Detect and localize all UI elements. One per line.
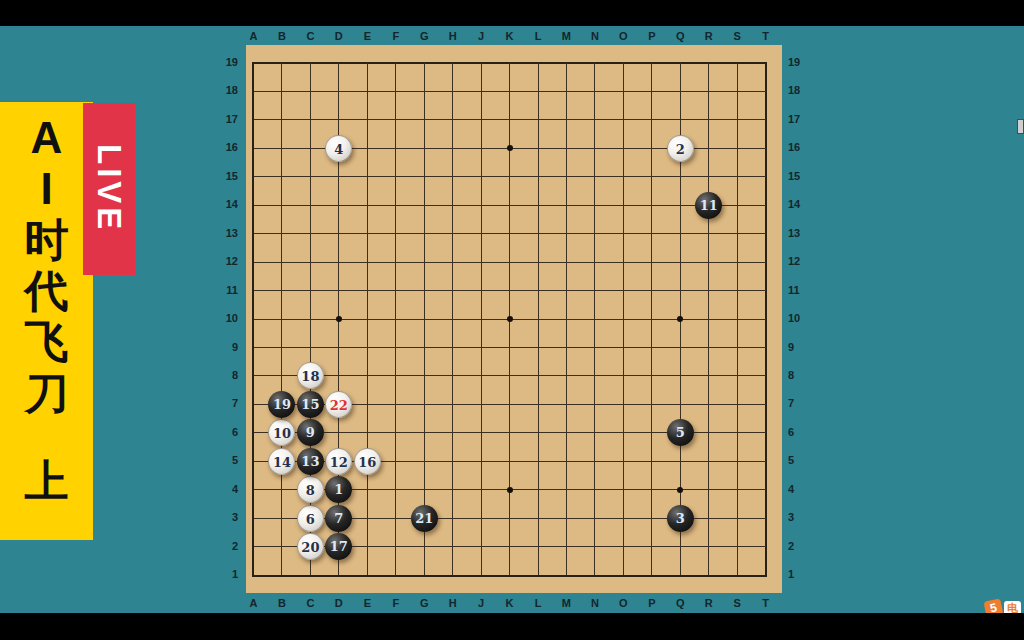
row-label-left-7: 7 (212, 397, 238, 409)
star-point-D10 (336, 316, 342, 322)
row-label-left-8: 8 (212, 369, 238, 381)
banner-char-3: 时 (25, 214, 69, 265)
banner-char-7: 上 (25, 455, 69, 506)
col-label-bottom-P: P (642, 597, 662, 609)
col-label-top-K: K (500, 30, 520, 42)
banner-char-1: A (31, 112, 63, 163)
row-label-left-3: 3 (212, 511, 238, 523)
grid-line-vertical (737, 63, 738, 575)
stone-white-6-C3: 6 (297, 505, 324, 532)
banner-char-2: I (40, 163, 52, 214)
col-label-bottom-N: N (585, 597, 605, 609)
col-label-top-O: O (613, 30, 633, 42)
col-label-top-J: J (471, 30, 491, 42)
col-label-top-E: E (357, 30, 377, 42)
row-label-right-13: 13 (788, 227, 814, 239)
row-label-left-16: 16 (212, 141, 238, 153)
stone-white-12-D5: 12 (325, 448, 352, 475)
title-banner: AI时代飞刀上 (0, 102, 93, 540)
col-label-bottom-O: O (613, 597, 633, 609)
row-label-right-1: 1 (788, 568, 814, 580)
col-label-top-G: G (414, 30, 434, 42)
row-label-right-5: 5 (788, 454, 814, 466)
grid-line-vertical (594, 63, 595, 575)
star-point-K10 (507, 316, 513, 322)
grid-line-vertical (566, 63, 567, 575)
row-label-right-19: 19 (788, 56, 814, 68)
col-label-top-M: M (556, 30, 576, 42)
col-label-top-P: P (642, 30, 662, 42)
row-label-left-12: 12 (212, 255, 238, 267)
stone-black-5-Q6: 5 (667, 419, 694, 446)
live-badge: LIVE (83, 103, 135, 275)
col-label-bottom-B: B (272, 597, 292, 609)
col-label-top-H: H (443, 30, 463, 42)
stone-black-7-D3: 7 (325, 505, 352, 532)
row-label-left-11: 11 (212, 284, 238, 296)
row-label-right-2: 2 (788, 540, 814, 552)
letterbox-top (0, 0, 1024, 26)
stone-black-15-C7: 15 (297, 391, 324, 418)
stone-white-16-E5: 16 (354, 448, 381, 475)
col-label-bottom-M: M (556, 597, 576, 609)
stream-frame: AI时代飞刀上 LIVE 123456789101112131415161718… (0, 0, 1024, 640)
col-label-bottom-A: A (244, 597, 264, 609)
col-label-bottom-G: G (414, 597, 434, 609)
stone-black-3-Q3: 3 (667, 505, 694, 532)
col-label-bottom-K: K (500, 597, 520, 609)
row-label-left-17: 17 (212, 113, 238, 125)
banner-char-4: 代 (25, 265, 69, 316)
stone-black-11-R14: 11 (695, 192, 722, 219)
col-label-top-T: T (756, 30, 776, 42)
stone-white-2-Q16: 2 (667, 135, 694, 162)
row-label-right-17: 17 (788, 113, 814, 125)
star-point-Q4 (677, 487, 683, 493)
stone-white-20-C2: 20 (297, 533, 324, 560)
row-label-right-9: 9 (788, 341, 814, 353)
col-label-bottom-S: S (727, 597, 747, 609)
row-label-left-19: 19 (212, 56, 238, 68)
col-label-bottom-H: H (443, 597, 463, 609)
row-label-right-12: 12 (788, 255, 814, 267)
row-label-left-2: 2 (212, 540, 238, 552)
row-label-left-15: 15 (212, 170, 238, 182)
live-badge-label: LIVE (90, 144, 128, 233)
row-label-right-16: 16 (788, 141, 814, 153)
row-label-left-9: 9 (212, 341, 238, 353)
star-point-K16 (507, 145, 513, 151)
row-label-left-6: 6 (212, 426, 238, 438)
grid-line-vertical (538, 63, 539, 575)
col-label-bottom-C: C (300, 597, 320, 609)
row-label-left-4: 4 (212, 483, 238, 495)
col-label-top-C: C (300, 30, 320, 42)
col-label-top-F: F (386, 30, 406, 42)
col-label-top-N: N (585, 30, 605, 42)
stone-white-8-C4: 8 (297, 476, 324, 503)
letterbox-bottom (0, 613, 1024, 640)
col-label-bottom-E: E (357, 597, 377, 609)
row-label-left-18: 18 (212, 84, 238, 96)
row-label-left-13: 13 (212, 227, 238, 239)
row-label-left-5: 5 (212, 454, 238, 466)
col-label-top-A: A (244, 30, 264, 42)
col-label-bottom-L: L (528, 597, 548, 609)
stone-black-13-C5: 13 (297, 448, 324, 475)
col-label-bottom-F: F (386, 597, 406, 609)
stone-black-21-G3: 21 (411, 505, 438, 532)
row-label-right-7: 7 (788, 397, 814, 409)
star-point-K4 (507, 487, 513, 493)
col-label-bottom-D: D (329, 597, 349, 609)
row-label-right-4: 4 (788, 483, 814, 495)
row-label-left-14: 14 (212, 198, 238, 210)
row-label-right-14: 14 (788, 198, 814, 210)
stone-white-4-D16: 4 (325, 135, 352, 162)
banner-char-6: 刀 (25, 367, 69, 418)
grid-line-vertical (708, 63, 709, 575)
row-label-right-8: 8 (788, 369, 814, 381)
col-label-bottom-T: T (756, 597, 776, 609)
col-label-top-B: B (272, 30, 292, 42)
row-label-left-1: 1 (212, 568, 238, 580)
grid-line-vertical (651, 63, 652, 575)
col-label-bottom-J: J (471, 597, 491, 609)
grid-line-horizontal (254, 347, 766, 348)
col-label-top-S: S (727, 30, 747, 42)
row-label-right-18: 18 (788, 84, 814, 96)
row-label-right-10: 10 (788, 312, 814, 324)
col-label-top-L: L (528, 30, 548, 42)
row-label-right-11: 11 (788, 284, 814, 296)
col-label-top-D: D (329, 30, 349, 42)
row-label-right-3: 3 (788, 511, 814, 523)
col-label-top-Q: Q (670, 30, 690, 42)
col-label-bottom-R: R (699, 597, 719, 609)
banner-char-5: 飞 (25, 316, 69, 367)
row-label-left-10: 10 (212, 312, 238, 324)
row-label-right-15: 15 (788, 170, 814, 182)
go-board: 12345678910111213141516171819202122 (246, 45, 782, 593)
col-label-top-R: R (699, 30, 719, 42)
scrollbar-thumb[interactable] (1017, 119, 1024, 134)
grid-line-vertical (623, 63, 624, 575)
row-label-right-6: 6 (788, 426, 814, 438)
col-label-bottom-Q: Q (670, 597, 690, 609)
grid-line-horizontal (254, 375, 766, 376)
